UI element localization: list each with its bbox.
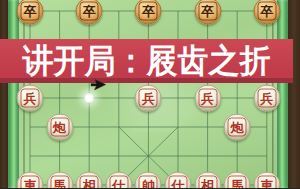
piece-red-soldier[interactable]: 兵 xyxy=(135,85,162,112)
last-move-dot xyxy=(84,93,95,104)
piece-glyph: 卒 xyxy=(257,2,276,21)
piece-glyph: 兵 xyxy=(198,89,217,108)
piece-red-cannon[interactable]: 炮 xyxy=(46,114,73,141)
piece-red-soldier[interactable]: 兵 xyxy=(17,85,44,112)
video-frame: 卒卒卒卒卒兵兵兵兵炮炮車馬相仕帥仕相馬車 讲开局：屐齿之折 xyxy=(0,0,300,188)
piece-glyph: 仕 xyxy=(169,176,188,189)
piece-glyph: 炮 xyxy=(50,118,69,137)
piece-glyph: 仕 xyxy=(109,176,128,189)
piece-red-soldier[interactable]: 兵 xyxy=(194,85,221,112)
title-banner: 讲开局：屐齿之折 xyxy=(0,39,293,83)
piece-glyph: 卒 xyxy=(198,2,217,21)
lesson-title: 讲开局：屐齿之折 xyxy=(23,39,271,84)
piece-glyph: 兵 xyxy=(21,89,40,108)
piece-glyph: 車 xyxy=(257,176,276,189)
piece-glyph: 兵 xyxy=(139,89,158,108)
piece-glyph: 車 xyxy=(21,176,40,189)
piece-glyph: 馬 xyxy=(228,176,247,189)
piece-glyph: 卒 xyxy=(139,2,158,21)
piece-glyph: 相 xyxy=(80,176,99,189)
piece-glyph: 卒 xyxy=(80,2,99,21)
piece-red-cannon[interactable]: 炮 xyxy=(224,114,251,141)
piece-glyph: 兵 xyxy=(257,89,276,108)
piece-glyph: 帥 xyxy=(139,176,158,189)
piece-glyph: 馬 xyxy=(50,176,69,189)
piece-glyph: 卒 xyxy=(21,2,40,21)
piece-glyph: 炮 xyxy=(228,118,247,137)
piece-glyph: 相 xyxy=(198,176,217,189)
piece-red-soldier[interactable]: 兵 xyxy=(253,85,280,112)
